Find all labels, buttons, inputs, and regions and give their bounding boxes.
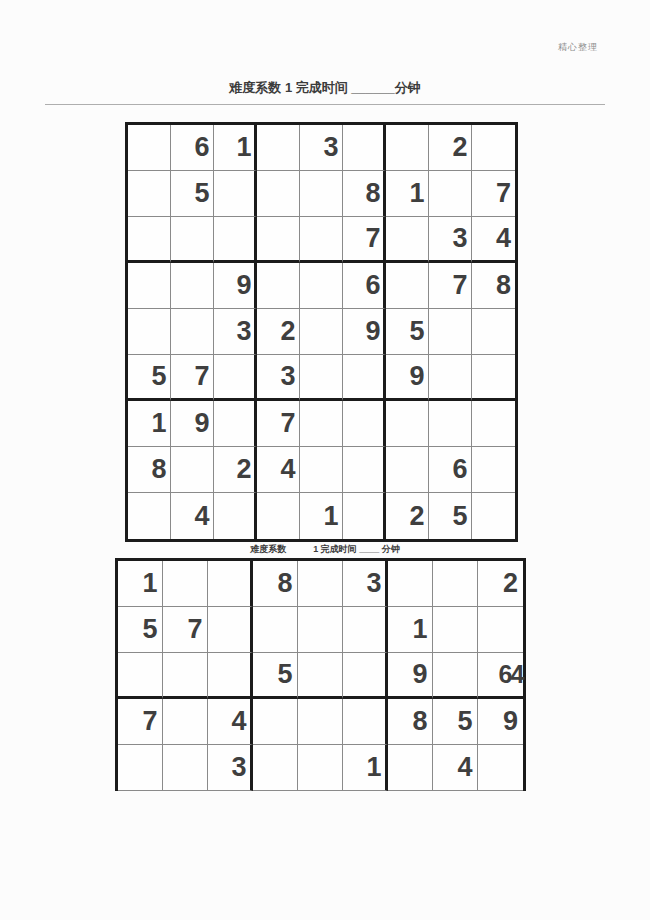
g1-cell-r7c6 [343,401,386,447]
g2-cell-r1c2 [163,561,208,607]
g1-cell-r5c2 [171,309,214,355]
g1-cell-r3c8: 3 [429,217,472,263]
g1-cell-r5c3: 3 [214,309,257,355]
g1-cell-r7c9 [472,401,515,447]
g1-cell-r1c5: 3 [300,125,343,171]
g2-cell-r2c2: 7 [163,607,208,653]
g1-cell-r9c3 [214,493,257,539]
g2-cell-r3c9: 64 [478,653,523,699]
g2-cell-r2c8 [433,607,478,653]
g2-cell-r5c6: 1 [343,745,388,791]
header-rule [45,104,605,105]
g2-cell-r5c1 [118,745,163,791]
g2-cell-r2c4 [253,607,298,653]
g1-cell-r3c1 [128,217,171,263]
g2-cell-r5c7 [388,745,433,791]
g1-cell-r5c1 [128,309,171,355]
g1-cell-r1c8: 2 [429,125,472,171]
g2-cell-r3c2 [163,653,208,699]
g1-cell-r7c4: 7 [257,401,300,447]
g2-cell-r5c2 [163,745,208,791]
g1-cell-r7c8 [429,401,472,447]
g2-cell-r3c1 [118,653,163,699]
g2-cell-r2c3 [208,607,253,653]
g2-cell-r1c1: 1 [118,561,163,607]
g1-cell-r4c9: 8 [472,263,515,309]
g1-cell-r3c9: 4 [472,217,515,263]
g1-cell-r4c2 [171,263,214,309]
g1-cell-r1c7 [386,125,429,171]
g2-cell-r2c9 [478,607,523,653]
g1-cell-r2c2: 5 [171,171,214,217]
g1-cell-r8c6 [343,447,386,493]
g1-cell-r8c8: 6 [429,447,472,493]
g1-cell-r9c9 [472,493,515,539]
g2-cell-r5c9 [478,745,523,791]
g2-cell-r4c2 [163,699,208,745]
g1-cell-r4c4 [257,263,300,309]
g1-cell-r1c9 [472,125,515,171]
g1-cell-r2c8 [429,171,472,217]
g1-cell-r3c2 [171,217,214,263]
g1-cell-r1c6 [343,125,386,171]
g2-cell-r5c5 [298,745,343,791]
g2-cell-r2c1: 5 [118,607,163,653]
g1-cell-r7c3 [214,401,257,447]
g2-cell-r3c3 [208,653,253,699]
g1-cell-r5c9 [472,309,515,355]
g1-cell-r8c1: 8 [128,447,171,493]
g2-cell-r4c9: 9 [478,699,523,745]
g1-cell-r9c8: 5 [429,493,472,539]
g1-cell-r7c1: 1 [128,401,171,447]
g1-cell-r2c1 [128,171,171,217]
g1-cell-r2c9: 7 [472,171,515,217]
g1-cell-r6c7: 9 [386,355,429,401]
g2-cell-r1c9: 2 [478,561,523,607]
g1-cell-r1c2: 6 [171,125,214,171]
g2-cell-r4c8: 5 [433,699,478,745]
g1-cell-r9c1 [128,493,171,539]
g1-cell-r2c6: 8 [343,171,386,217]
g2-cell-r4c6 [343,699,388,745]
g1-cell-r6c5 [300,355,343,401]
g1-cell-r4c8: 7 [429,263,472,309]
g1-cell-r2c7: 1 [386,171,429,217]
g2-cell-r4c5 [298,699,343,745]
g2-cell-r3c6 [343,653,388,699]
sudoku-grid-1: 6132581773496783295573919782464125 [125,122,518,542]
g1-cell-r2c4 [257,171,300,217]
g1-cell-r4c7 [386,263,429,309]
g1-cell-r6c3 [214,355,257,401]
g1-cell-r9c6 [343,493,386,539]
g2-cell-r5c3: 3 [208,745,253,791]
g1-cell-r6c8 [429,355,472,401]
g2-cell-r1c5 [298,561,343,607]
g1-cell-r4c5 [300,263,343,309]
g1-cell-r7c2: 9 [171,401,214,447]
g1-cell-r1c1 [128,125,171,171]
g1-cell-r8c2 [171,447,214,493]
g2-cell-r3c7: 9 [388,653,433,699]
sudoku-grid-2: 1832571596474859314 [115,558,526,791]
watermark-text: 精心整理 [558,41,598,54]
g2-cell-r3c4: 5 [253,653,298,699]
puzzle-2-header: 难度系数 1 完成时间 ____ 分钟 [0,543,650,556]
scanned-sudoku-page: 精心整理 难度系数 1 完成时间 ______分钟 61325817734967… [0,0,650,920]
g2-cell-r4c4 [253,699,298,745]
g1-cell-r5c8 [429,309,472,355]
g1-cell-r3c7 [386,217,429,263]
g1-cell-r2c5 [300,171,343,217]
g1-cell-r4c6: 6 [343,263,386,309]
g1-cell-r8c7 [386,447,429,493]
g2-cell-r1c6: 3 [343,561,388,607]
g2-cell-r1c3 [208,561,253,607]
g1-cell-r3c5 [300,217,343,263]
g1-cell-r5c6: 9 [343,309,386,355]
g1-cell-r1c3: 1 [214,125,257,171]
g2-cell-r3c8 [433,653,478,699]
g2-cell-r3c5 [298,653,343,699]
g2-cell-r4c7: 8 [388,699,433,745]
g1-cell-r9c2: 4 [171,493,214,539]
g2-cell-r1c7 [388,561,433,607]
g2-cell-r2c6 [343,607,388,653]
g1-cell-r5c4: 2 [257,309,300,355]
puzzle-1-header: 难度系数 1 完成时间 ______分钟 [0,79,650,97]
g1-cell-r8c3: 2 [214,447,257,493]
g2-cell-r1c8 [433,561,478,607]
g1-cell-r6c9 [472,355,515,401]
g1-cell-r8c9 [472,447,515,493]
g1-cell-r6c6 [343,355,386,401]
g1-cell-r7c5 [300,401,343,447]
g1-cell-r7c7 [386,401,429,447]
g1-cell-r3c4 [257,217,300,263]
g1-cell-r5c7: 5 [386,309,429,355]
g1-cell-r9c5: 1 [300,493,343,539]
g1-cell-r3c6: 7 [343,217,386,263]
g1-cell-r5c5 [300,309,343,355]
g1-cell-r3c3 [214,217,257,263]
g2-cell-r4c1: 7 [118,699,163,745]
g1-cell-r6c2: 7 [171,355,214,401]
g1-cell-r2c3 [214,171,257,217]
g1-cell-r6c4: 3 [257,355,300,401]
g2-cell-r2c7: 1 [388,607,433,653]
g1-cell-r9c4 [257,493,300,539]
g1-cell-r1c4 [257,125,300,171]
g1-cell-r8c4: 4 [257,447,300,493]
g1-cell-r6c1: 5 [128,355,171,401]
g1-cell-r9c7: 2 [386,493,429,539]
g2-cell-r1c4: 8 [253,561,298,607]
g2-cell-r4c3: 4 [208,699,253,745]
g2-cell-r5c4 [253,745,298,791]
g1-cell-r8c5 [300,447,343,493]
g2-cell-r2c5 [298,607,343,653]
g2-cell-r5c8: 4 [433,745,478,791]
g1-cell-r4c1 [128,263,171,309]
g1-cell-r4c3: 9 [214,263,257,309]
